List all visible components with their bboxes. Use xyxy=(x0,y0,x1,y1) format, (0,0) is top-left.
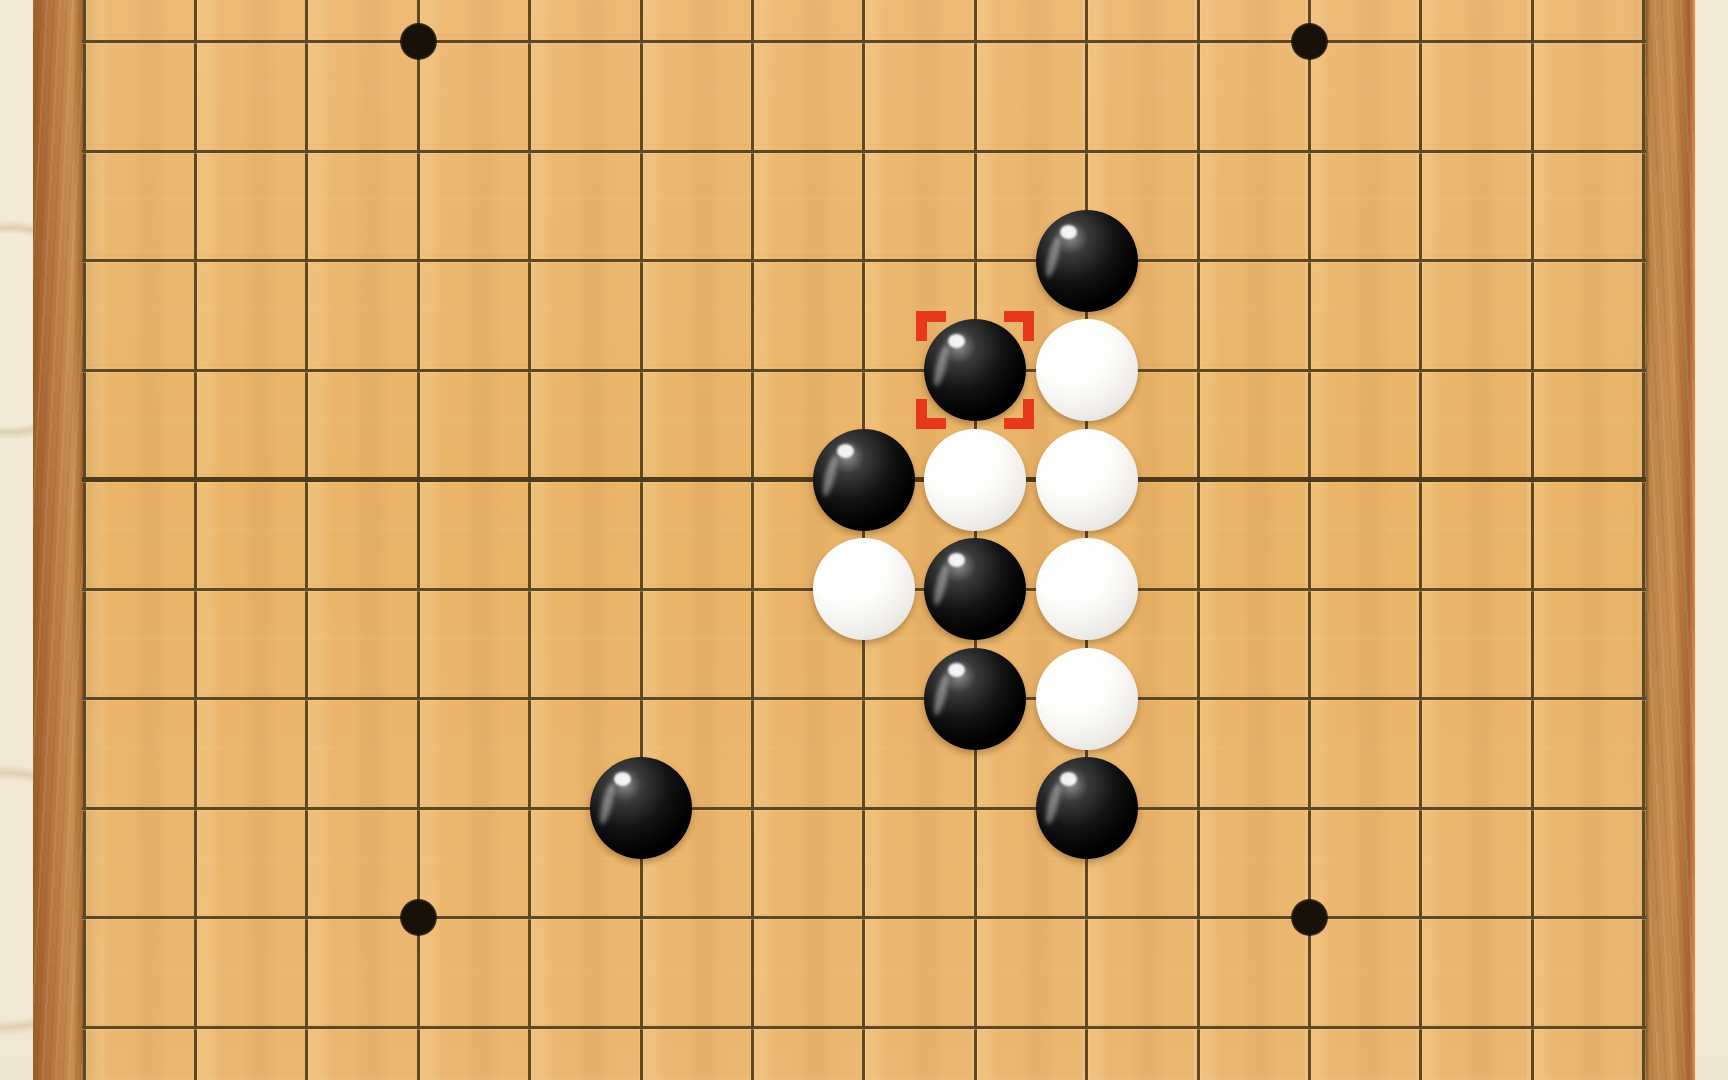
intersection[interactable] xyxy=(1476,534,1587,644)
intersection[interactable] xyxy=(251,96,362,206)
intersection[interactable] xyxy=(1031,425,1142,535)
intersection[interactable] xyxy=(362,206,473,316)
intersection[interactable] xyxy=(697,206,808,316)
intersection[interactable] xyxy=(1254,534,1365,644)
intersection[interactable] xyxy=(1142,315,1253,425)
intersection[interactable] xyxy=(1142,863,1253,973)
intersection[interactable] xyxy=(251,863,362,973)
intersection[interactable] xyxy=(362,972,473,1080)
intersection[interactable] xyxy=(697,315,808,425)
white-stone xyxy=(813,538,915,640)
intersection[interactable] xyxy=(585,534,696,644)
intersection[interactable] xyxy=(140,206,251,316)
intersection[interactable] xyxy=(808,534,919,644)
intersection[interactable] xyxy=(1254,425,1365,535)
intersection[interactable] xyxy=(919,644,1030,754)
intersection[interactable] xyxy=(1142,96,1253,206)
intersection[interactable] xyxy=(808,753,919,863)
black-stone xyxy=(924,538,1026,640)
intersection[interactable] xyxy=(919,425,1030,535)
intersection[interactable] xyxy=(808,206,919,316)
intersection[interactable] xyxy=(1365,96,1476,206)
intersection[interactable] xyxy=(1365,644,1476,754)
intersection[interactable] xyxy=(474,206,585,316)
black-stone xyxy=(813,429,915,531)
intersection[interactable] xyxy=(1031,863,1142,973)
intersection[interactable] xyxy=(697,644,808,754)
intersection[interactable] xyxy=(697,96,808,206)
intersection[interactable] xyxy=(251,425,362,535)
intersection[interactable] xyxy=(251,206,362,316)
intersection[interactable] xyxy=(697,534,808,644)
intersection[interactable] xyxy=(808,863,919,973)
star-point xyxy=(1291,23,1328,60)
intersection[interactable] xyxy=(140,534,251,644)
black-stone xyxy=(924,319,1026,421)
intersection[interactable] xyxy=(251,315,362,425)
white-stone xyxy=(1036,538,1138,640)
intersection[interactable] xyxy=(1142,206,1253,316)
intersection[interactable] xyxy=(140,0,251,96)
intersection[interactable] xyxy=(1254,863,1365,973)
intersection[interactable] xyxy=(362,315,473,425)
intersection[interactable] xyxy=(1365,425,1476,535)
intersection[interactable] xyxy=(1254,753,1365,863)
intersection[interactable] xyxy=(919,534,1030,644)
intersection[interactable] xyxy=(251,0,362,96)
intersection[interactable] xyxy=(28,425,139,535)
intersection[interactable] xyxy=(1476,753,1587,863)
intersection[interactable] xyxy=(585,863,696,973)
intersection[interactable] xyxy=(697,863,808,973)
intersection[interactable] xyxy=(362,644,473,754)
black-stone xyxy=(1036,210,1138,312)
star-point xyxy=(1291,899,1328,936)
intersection[interactable] xyxy=(585,644,696,754)
intersection[interactable] xyxy=(1031,206,1142,316)
intersection[interactable] xyxy=(28,315,139,425)
intersection[interactable] xyxy=(1365,0,1476,96)
intersection[interactable] xyxy=(1588,0,1699,96)
intersection[interactable] xyxy=(1588,315,1699,425)
intersection[interactable] xyxy=(28,96,139,206)
white-stone xyxy=(924,429,1026,531)
board-grid xyxy=(28,0,1699,1080)
intersection[interactable] xyxy=(140,863,251,973)
intersection[interactable] xyxy=(1476,206,1587,316)
intersection[interactable] xyxy=(585,315,696,425)
intersection[interactable] xyxy=(362,425,473,535)
intersection[interactable] xyxy=(697,972,808,1080)
intersection[interactable] xyxy=(1365,863,1476,973)
black-stone xyxy=(1036,757,1138,859)
intersection[interactable] xyxy=(28,206,139,316)
intersection[interactable] xyxy=(585,206,696,316)
intersection[interactable] xyxy=(362,863,473,973)
black-stone xyxy=(590,757,692,859)
intersection[interactable] xyxy=(1031,534,1142,644)
star-point xyxy=(400,899,437,936)
intersection[interactable] xyxy=(474,425,585,535)
intersection[interactable] xyxy=(28,0,139,96)
intersection[interactable] xyxy=(1476,644,1587,754)
intersection[interactable] xyxy=(697,425,808,535)
white-stone xyxy=(1036,319,1138,421)
intersection[interactable] xyxy=(28,753,139,863)
intersection[interactable] xyxy=(1365,315,1476,425)
intersection[interactable] xyxy=(1588,863,1699,973)
intersection[interactable] xyxy=(585,425,696,535)
intersection[interactable] xyxy=(1588,534,1699,644)
intersection[interactable] xyxy=(1031,753,1142,863)
intersection[interactable] xyxy=(919,863,1030,973)
intersection[interactable] xyxy=(1588,96,1699,206)
intersection[interactable] xyxy=(808,96,919,206)
intersection[interactable] xyxy=(140,753,251,863)
intersection[interactable] xyxy=(474,644,585,754)
intersection[interactable] xyxy=(1588,644,1699,754)
intersection[interactable] xyxy=(1476,0,1587,96)
intersection[interactable] xyxy=(251,972,362,1080)
intersection[interactable] xyxy=(919,315,1030,425)
intersection[interactable] xyxy=(919,96,1030,206)
intersection[interactable] xyxy=(362,96,473,206)
intersection[interactable] xyxy=(1254,206,1365,316)
intersection[interactable] xyxy=(808,644,919,754)
intersection[interactable] xyxy=(1031,0,1142,96)
intersection[interactable] xyxy=(28,534,139,644)
intersection[interactable] xyxy=(1254,96,1365,206)
intersection[interactable] xyxy=(362,0,473,96)
intersection[interactable] xyxy=(140,644,251,754)
intersection[interactable] xyxy=(1142,972,1253,1080)
intersection[interactable] xyxy=(585,0,696,96)
intersection[interactable] xyxy=(697,0,808,96)
intersection[interactable] xyxy=(697,753,808,863)
intersection[interactable] xyxy=(919,753,1030,863)
intersection[interactable] xyxy=(251,753,362,863)
intersection[interactable] xyxy=(1142,644,1253,754)
black-stone xyxy=(924,648,1026,750)
intersection[interactable] xyxy=(808,0,919,96)
intersection[interactable] xyxy=(474,0,585,96)
star-point xyxy=(400,23,437,60)
intersection[interactable] xyxy=(1588,972,1699,1080)
intersection[interactable] xyxy=(1476,96,1587,206)
intersection[interactable] xyxy=(362,753,473,863)
intersection[interactable] xyxy=(585,972,696,1080)
intersection[interactable] xyxy=(585,753,696,863)
intersection[interactable] xyxy=(808,315,919,425)
intersection[interactable] xyxy=(1588,425,1699,535)
white-stone xyxy=(1036,429,1138,531)
intersection[interactable] xyxy=(808,972,919,1080)
intersection[interactable] xyxy=(1031,315,1142,425)
intersection[interactable] xyxy=(474,534,585,644)
intersection[interactable] xyxy=(1142,534,1253,644)
intersection[interactable] xyxy=(1588,206,1699,316)
intersection[interactable] xyxy=(1254,644,1365,754)
intersection[interactable] xyxy=(1476,863,1587,973)
white-stone xyxy=(1036,648,1138,750)
intersection[interactable] xyxy=(140,96,251,206)
intersection[interactable] xyxy=(474,863,585,973)
intersection[interactable] xyxy=(1142,425,1253,535)
intersection[interactable] xyxy=(808,425,919,535)
intersection[interactable] xyxy=(919,206,1030,316)
intersection[interactable] xyxy=(1254,0,1365,96)
intersection[interactable] xyxy=(474,315,585,425)
intersection[interactable] xyxy=(251,534,362,644)
intersection[interactable] xyxy=(1365,534,1476,644)
intersection[interactable] xyxy=(1476,425,1587,535)
intersection[interactable] xyxy=(1365,753,1476,863)
intersection[interactable] xyxy=(919,0,1030,96)
intersection[interactable] xyxy=(140,315,251,425)
intersection[interactable] xyxy=(1031,96,1142,206)
intersection[interactable] xyxy=(1588,753,1699,863)
intersection[interactable] xyxy=(474,972,585,1080)
intersection[interactable] xyxy=(362,534,473,644)
intersection[interactable] xyxy=(140,972,251,1080)
intersection[interactable] xyxy=(251,644,362,754)
intersection[interactable] xyxy=(1254,972,1365,1080)
intersection[interactable] xyxy=(1142,753,1253,863)
intersection[interactable] xyxy=(28,644,139,754)
intersection[interactable] xyxy=(28,972,139,1080)
gomoku-board-screen xyxy=(0,0,1728,1080)
intersection[interactable] xyxy=(1254,315,1365,425)
intersection[interactable] xyxy=(1031,644,1142,754)
intersection[interactable] xyxy=(140,425,251,535)
intersection[interactable] xyxy=(474,96,585,206)
intersection[interactable] xyxy=(1365,972,1476,1080)
intersection[interactable] xyxy=(474,753,585,863)
intersection[interactable] xyxy=(919,972,1030,1080)
intersection[interactable] xyxy=(585,96,696,206)
intersection[interactable] xyxy=(1476,972,1587,1080)
intersection[interactable] xyxy=(1476,315,1587,425)
intersection[interactable] xyxy=(1031,972,1142,1080)
intersection[interactable] xyxy=(1142,0,1253,96)
intersection[interactable] xyxy=(1365,206,1476,316)
intersection[interactable] xyxy=(28,863,139,973)
